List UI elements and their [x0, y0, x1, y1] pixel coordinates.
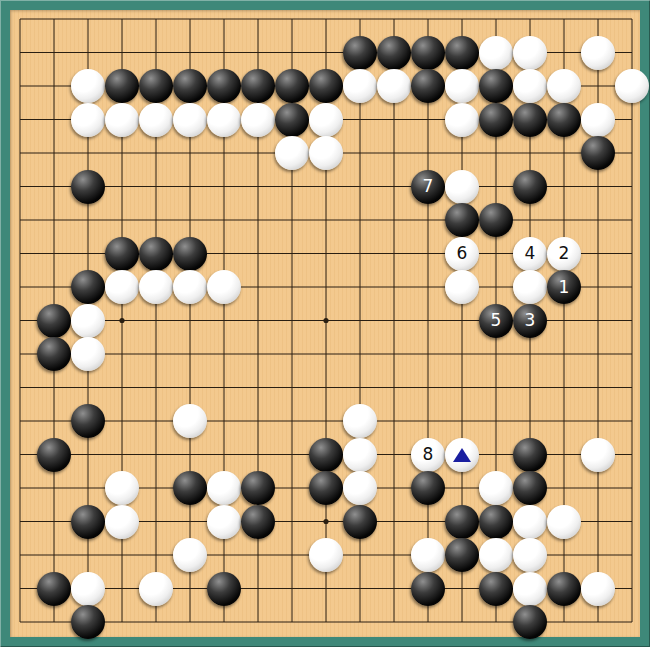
black-stone-c16r15 [513, 471, 547, 505]
black-stone-c10r3 [309, 69, 343, 103]
white-stone-c12r3 [377, 69, 411, 103]
white-stone-c17r3 [547, 69, 581, 103]
white-stone-c9r5 [275, 136, 309, 170]
black-stone-c14r2 [445, 36, 479, 70]
white-stone-c16r16 [513, 505, 547, 539]
white-stone-c16r18 [513, 572, 547, 606]
black-stone-c8r16 [241, 505, 275, 539]
triangle-marker-icon [453, 448, 471, 462]
black-stone-c9r3 [275, 69, 309, 103]
goban-frame: 76421538 [0, 0, 650, 647]
black-stone-c2r10 [37, 304, 71, 338]
black-stone-c11r16 [343, 505, 377, 539]
stones-layer: 76421538 [0, 0, 650, 647]
white-stone-c18r14 [581, 438, 615, 472]
white-stone-c16r9 [513, 270, 547, 304]
white-stone-c14r14 [445, 438, 479, 472]
white-stone-c17r8: 2 [547, 237, 581, 271]
black-stone-c15r10: 5 [479, 304, 513, 338]
white-stone-c5r18 [139, 572, 173, 606]
white-stone-c4r9 [105, 270, 139, 304]
black-stone-c14r17 [445, 538, 479, 572]
move-number-label: 1 [559, 279, 570, 296]
black-stone-c11r2 [343, 36, 377, 70]
white-stone-c13r17 [411, 538, 445, 572]
white-stone-c11r13 [343, 404, 377, 438]
black-stone-c16r6 [513, 170, 547, 204]
white-stone-c10r4 [309, 103, 343, 137]
black-stone-c2r18 [37, 572, 71, 606]
white-stone-c7r15 [207, 471, 241, 505]
black-stone-c13r15 [411, 471, 445, 505]
move-number-label: 6 [457, 245, 468, 262]
black-stone-c15r16 [479, 505, 513, 539]
move-number-label: 7 [423, 178, 434, 195]
white-stone-c5r4 [139, 103, 173, 137]
white-stone-c14r4 [445, 103, 479, 137]
white-stone-c3r4 [71, 103, 105, 137]
black-stone-c10r14 [309, 438, 343, 472]
black-stone-c16r4 [513, 103, 547, 137]
white-stone-c13r14: 8 [411, 438, 445, 472]
white-stone-c15r2 [479, 36, 513, 70]
white-stone-c18r2 [581, 36, 615, 70]
black-stone-c14r7 [445, 203, 479, 237]
move-number-label: 8 [423, 446, 434, 463]
white-stone-c8r4 [241, 103, 275, 137]
black-stone-c6r3 [173, 69, 207, 103]
white-stone-c10r17 [309, 538, 343, 572]
white-stone-c4r15 [105, 471, 139, 505]
white-stone-c18r18 [581, 572, 615, 606]
white-stone-c6r13 [173, 404, 207, 438]
black-stone-c13r18 [411, 572, 445, 606]
white-stone-c15r15 [479, 471, 513, 505]
white-stone-c14r8: 6 [445, 237, 479, 271]
black-stone-c17r9: 1 [547, 270, 581, 304]
black-stone-c7r18 [207, 572, 241, 606]
black-stone-c15r18 [479, 572, 513, 606]
white-stone-c3r3 [71, 69, 105, 103]
white-stone-c14r3 [445, 69, 479, 103]
black-stone-c8r15 [241, 471, 275, 505]
white-stone-c6r4 [173, 103, 207, 137]
white-stone-c10r5 [309, 136, 343, 170]
white-stone-c16r2 [513, 36, 547, 70]
white-stone-c4r4 [105, 103, 139, 137]
white-stone-c3r11 [71, 337, 105, 371]
black-stone-c3r16 [71, 505, 105, 539]
black-stone-c9r4 [275, 103, 309, 137]
black-stone-c5r3 [139, 69, 173, 103]
go-board[interactable]: 76421538 [10, 10, 640, 637]
white-stone-c7r4 [207, 103, 241, 137]
white-stone-c19r3 [615, 69, 649, 103]
black-stone-c2r11 [37, 337, 71, 371]
white-stone-c15r17 [479, 538, 513, 572]
white-stone-c11r14 [343, 438, 377, 472]
black-stone-c10r15 [309, 471, 343, 505]
black-stone-c14r16 [445, 505, 479, 539]
white-stone-c16r3 [513, 69, 547, 103]
black-stone-c8r3 [241, 69, 275, 103]
white-stone-c4r16 [105, 505, 139, 539]
white-stone-c17r16 [547, 505, 581, 539]
black-stone-c15r7 [479, 203, 513, 237]
white-stone-c7r9 [207, 270, 241, 304]
white-stone-c6r17 [173, 538, 207, 572]
white-stone-c3r10 [71, 304, 105, 338]
move-number-label: 3 [525, 312, 536, 329]
black-stone-c15r3 [479, 69, 513, 103]
black-stone-c17r4 [547, 103, 581, 137]
black-stone-c16r19 [513, 605, 547, 639]
white-stone-c7r16 [207, 505, 241, 539]
black-stone-c13r2 [411, 36, 445, 70]
black-stone-c16r14 [513, 438, 547, 472]
black-stone-c18r5 [581, 136, 615, 170]
black-stone-c3r13 [71, 404, 105, 438]
black-stone-c17r18 [547, 572, 581, 606]
black-stone-c2r14 [37, 438, 71, 472]
black-stone-c16r10: 3 [513, 304, 547, 338]
white-stone-c14r6 [445, 170, 479, 204]
white-stone-c16r8: 4 [513, 237, 547, 271]
black-stone-c12r2 [377, 36, 411, 70]
white-stone-c14r9 [445, 270, 479, 304]
black-stone-c5r8 [139, 237, 173, 271]
black-stone-c6r8 [173, 237, 207, 271]
white-stone-c11r3 [343, 69, 377, 103]
white-stone-c16r17 [513, 538, 547, 572]
white-stone-c5r9 [139, 270, 173, 304]
move-number-label: 4 [525, 245, 536, 262]
black-stone-c15r4 [479, 103, 513, 137]
white-stone-c6r9 [173, 270, 207, 304]
black-stone-c4r8 [105, 237, 139, 271]
black-stone-c13r3 [411, 69, 445, 103]
black-stone-c3r9 [71, 270, 105, 304]
white-stone-c3r18 [71, 572, 105, 606]
white-stone-c11r15 [343, 471, 377, 505]
black-stone-c4r3 [105, 69, 139, 103]
black-stone-c6r15 [173, 471, 207, 505]
black-stone-c3r6 [71, 170, 105, 204]
move-number-label: 2 [559, 245, 570, 262]
black-stone-c7r3 [207, 69, 241, 103]
move-number-label: 5 [491, 312, 502, 329]
black-stone-c13r6: 7 [411, 170, 445, 204]
white-stone-c18r4 [581, 103, 615, 137]
black-stone-c3r19 [71, 605, 105, 639]
